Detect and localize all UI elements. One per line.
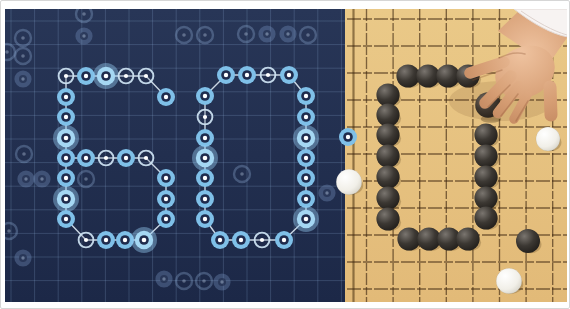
ghost-node [75,27,92,44]
illustration-canvas [5,9,567,302]
ghost-node [33,170,50,187]
network-node [196,190,214,208]
network-node [297,169,315,187]
network-node [297,149,315,167]
ghost-node [258,25,275,42]
network-node [77,149,95,167]
ghost-node [279,25,296,42]
network-node [57,210,75,228]
network-node [157,210,175,228]
network-node [196,169,214,187]
network-node [275,231,293,249]
network-node [57,108,75,126]
network-node [280,66,298,84]
network-node [53,186,79,212]
network-panel [5,9,345,302]
network-node [157,169,175,187]
ghost-node [318,184,335,201]
network-node [238,66,256,84]
network-node [117,149,135,167]
network-node [297,108,315,126]
network-node [77,67,95,85]
network-node [139,151,154,166]
network-node [255,233,270,248]
network-node [297,190,315,208]
generated-scene [5,9,567,302]
network-node [93,63,119,89]
network-node [57,149,75,167]
network-node [157,88,175,106]
ghost-node [17,170,34,187]
network-node [119,69,134,84]
ghost-node [155,270,172,287]
thumb [550,87,551,115]
network-node [196,210,214,228]
ghost-node [14,70,31,87]
network-node [339,128,357,146]
network-node [99,151,114,166]
network-node [192,145,218,171]
network-node [198,110,213,125]
network-node [297,87,315,105]
network-node [157,190,175,208]
image-frame [0,0,570,309]
network-node [53,125,79,151]
network-node [293,125,319,151]
network-node [196,87,214,105]
network-node [293,206,319,232]
ghost-node [14,249,31,266]
network-node [79,233,94,248]
network-node [57,169,75,187]
colon-top-node [339,128,357,146]
network-node [139,69,154,84]
network-node [59,69,74,84]
network-node [131,227,157,253]
network-node [232,231,250,249]
ghost-node [213,273,230,290]
network-node [97,231,115,249]
network-node [211,231,229,249]
network-node [196,129,214,147]
network-node [57,88,75,106]
network-node [217,66,235,84]
network-node [261,68,276,83]
